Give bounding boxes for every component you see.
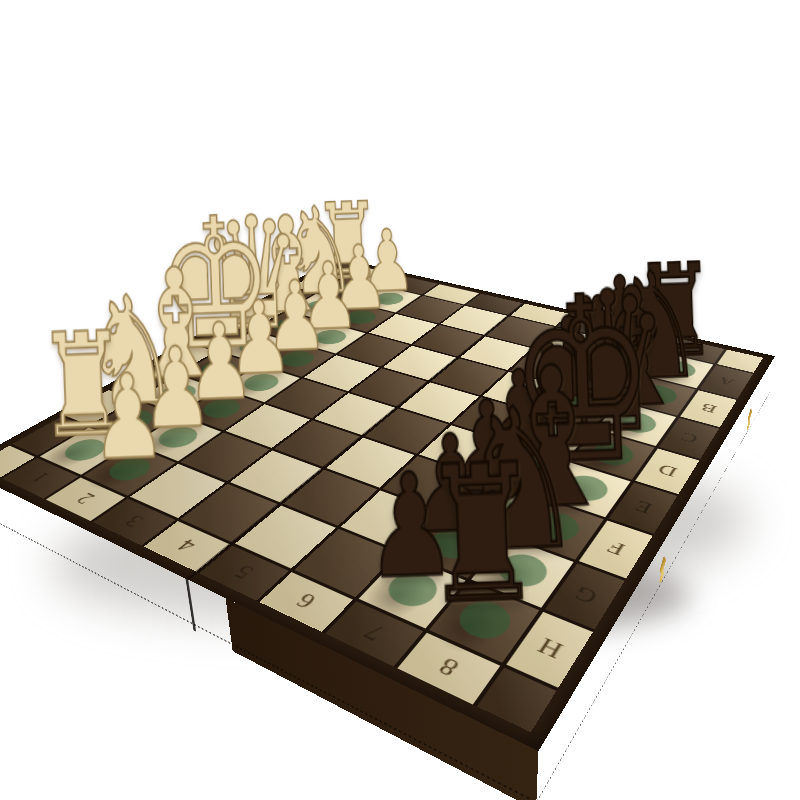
- piece-glyph: ♜: [367, 437, 597, 633]
- fold-seam-notch: [186, 579, 197, 632]
- brass-latch: [658, 551, 667, 588]
- page-background: ABCDEFGH♜♞♝♛♚♝♞♜8♟♟♟♟♟♟♟♟76543♟♟♟♟♟♟♟♟2♜…: [0, 0, 800, 800]
- piece-glyph: ♟: [38, 356, 217, 479]
- brass-latch: [746, 405, 753, 434]
- board-3d: ABCDEFGH♜♞♝♛♚♝♞♜8♟♟♟♟♟♟♟♟76543♟♟♟♟♟♟♟♟2♜…: [0, 257, 775, 751]
- chess-board: ABCDEFGH♜♞♝♛♚♝♞♜8♟♟♟♟♟♟♟♟76543♟♟♟♟♟♟♟♟2♜…: [0, 261, 763, 732]
- scene: ABCDEFGH♜♞♝♛♚♝♞♜8♟♟♟♟♟♟♟♟76543♟♟♟♟♟♟♟♟2♜…: [0, 0, 800, 800]
